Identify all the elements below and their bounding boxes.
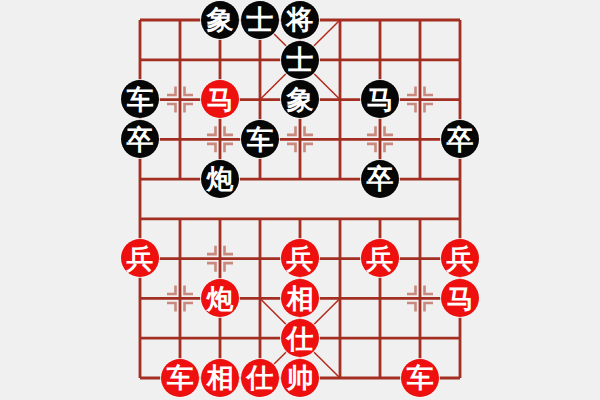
board-pieces-layer: 象士将士车马象马卒车卒炮卒兵兵兵兵炮相马仕车相仕帅车 [120, 0, 480, 398]
piece-black-elephant[interactable]: 象 [201, 1, 239, 39]
piece-red-advisor[interactable]: 仕 [241, 359, 279, 397]
piece-red-elephant[interactable]: 相 [201, 359, 239, 397]
piece-black-general[interactable]: 将 [281, 1, 319, 39]
piece-black-pawn[interactable]: 卒 [121, 120, 159, 158]
piece-red-advisor[interactable]: 仕 [281, 319, 319, 357]
piece-red-horse[interactable]: 马 [441, 279, 479, 317]
piece-black-cannon[interactable]: 炮 [201, 160, 239, 198]
piece-red-chariot[interactable]: 车 [161, 359, 199, 397]
piece-red-pawn[interactable]: 兵 [441, 239, 479, 277]
piece-red-pawn[interactable]: 兵 [121, 239, 159, 277]
piece-red-general[interactable]: 帅 [281, 359, 319, 397]
piece-black-horse[interactable]: 马 [361, 80, 399, 118]
piece-black-chariot[interactable]: 车 [121, 80, 159, 118]
piece-red-pawn[interactable]: 兵 [361, 239, 399, 277]
piece-black-advisor[interactable]: 士 [241, 1, 279, 39]
piece-black-pawn[interactable]: 卒 [441, 120, 479, 158]
piece-black-elephant[interactable]: 象 [281, 80, 319, 118]
piece-black-chariot[interactable]: 车 [241, 120, 279, 158]
piece-red-cannon[interactable]: 炮 [201, 279, 239, 317]
piece-red-horse[interactable]: 马 [201, 80, 239, 118]
piece-red-elephant[interactable]: 相 [281, 279, 319, 317]
piece-black-advisor[interactable]: 士 [281, 41, 319, 79]
piece-red-chariot[interactable]: 车 [401, 359, 439, 397]
piece-red-pawn[interactable]: 兵 [281, 239, 319, 277]
piece-black-pawn[interactable]: 卒 [361, 160, 399, 198]
xiangqi-board[interactable]: 象士将士车马象马卒车卒炮卒兵兵兵兵炮相马仕车相仕帅车 [0, 0, 600, 400]
